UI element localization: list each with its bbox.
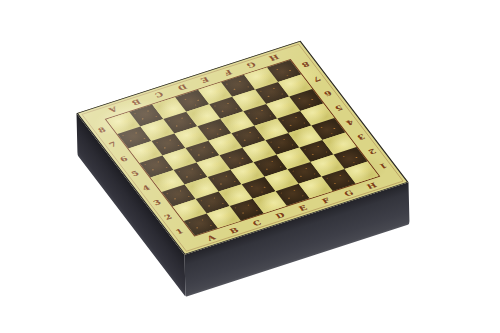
- scene: ABCDEFGH ABCDEFGH 87654321 87654321: [0, 0, 500, 333]
